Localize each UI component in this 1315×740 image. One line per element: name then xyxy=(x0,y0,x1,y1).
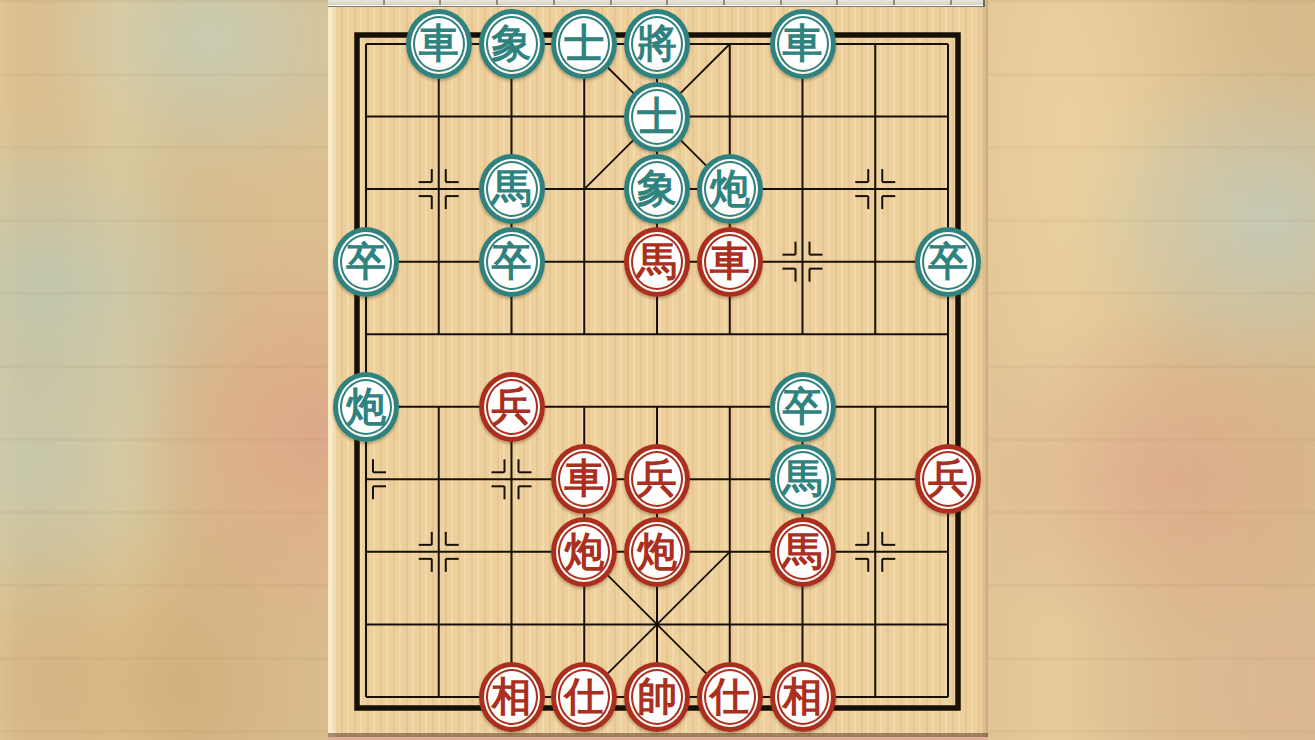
piece-red-general[interactable]: 帥 xyxy=(624,662,690,732)
xiangqi-app-window: 車象士將車士馬象炮卒卒馬車卒炮兵卒車兵馬兵炮炮馬相仕帥仕相 xyxy=(0,0,1315,740)
piece-glyph: 兵 xyxy=(928,458,968,498)
piece-black-cannon-1[interactable]: 炮 xyxy=(697,154,763,224)
piece-red-advisor-2[interactable]: 仕 xyxy=(697,662,763,732)
piece-black-soldier-2[interactable]: 卒 xyxy=(479,227,545,297)
xiangqi-board[interactable]: 車象士將車士馬象炮卒卒馬車卒炮兵卒車兵馬兵炮炮馬相仕帥仕相 xyxy=(328,0,988,740)
piece-glyph: 兵 xyxy=(637,458,677,498)
piece-black-chariot-2[interactable]: 車 xyxy=(770,9,836,79)
piece-glyph: 帥 xyxy=(637,676,677,716)
blurred-background-left xyxy=(0,0,330,740)
piece-black-advisor-1[interactable]: 士 xyxy=(551,9,617,79)
piece-glyph: 馬 xyxy=(492,168,532,208)
piece-red-chariot-1[interactable]: 車 xyxy=(697,227,763,297)
piece-glyph: 卒 xyxy=(346,241,386,281)
piece-black-horse-2[interactable]: 馬 xyxy=(770,444,836,514)
piece-glyph: 車 xyxy=(564,458,604,498)
piece-glyph: 士 xyxy=(564,23,604,63)
piece-glyph: 將 xyxy=(637,23,677,63)
piece-black-soldier-1[interactable]: 卒 xyxy=(333,227,399,297)
piece-red-elephant-1[interactable]: 相 xyxy=(479,662,545,732)
piece-glyph: 仕 xyxy=(710,676,750,716)
piece-red-advisor-1[interactable]: 仕 xyxy=(551,662,617,732)
piece-glyph: 車 xyxy=(783,23,823,63)
piece-black-chariot-1[interactable]: 車 xyxy=(406,9,472,79)
piece-glyph: 象 xyxy=(637,168,677,208)
piece-black-general[interactable]: 將 xyxy=(624,9,690,79)
piece-red-soldier-1[interactable]: 兵 xyxy=(479,372,545,442)
piece-black-horse-1[interactable]: 馬 xyxy=(479,154,545,224)
piece-red-elephant-2[interactable]: 相 xyxy=(770,662,836,732)
piece-red-cannon-2[interactable]: 炮 xyxy=(624,517,690,587)
piece-glyph: 相 xyxy=(492,676,532,716)
piece-glyph: 馬 xyxy=(637,241,677,281)
piece-glyph: 炮 xyxy=(637,531,677,571)
piece-glyph: 仕 xyxy=(564,676,604,716)
piece-red-horse-2[interactable]: 馬 xyxy=(770,517,836,587)
piece-black-elephant-1[interactable]: 象 xyxy=(479,9,545,79)
piece-black-elephant-2[interactable]: 象 xyxy=(624,154,690,224)
piece-black-advisor-2[interactable]: 士 xyxy=(624,82,690,152)
piece-glyph: 馬 xyxy=(783,458,823,498)
piece-glyph: 馬 xyxy=(783,531,823,571)
piece-black-soldier-4[interactable]: 卒 xyxy=(770,372,836,442)
piece-glyph: 象 xyxy=(492,23,532,63)
piece-red-soldier-2[interactable]: 兵 xyxy=(624,444,690,514)
piece-red-horse-1[interactable]: 馬 xyxy=(624,227,690,297)
piece-black-cannon-2[interactable]: 炮 xyxy=(333,372,399,442)
piece-glyph: 炮 xyxy=(710,168,750,208)
piece-glyph: 卒 xyxy=(928,241,968,281)
piece-black-soldier-3[interactable]: 卒 xyxy=(915,227,981,297)
piece-glyph: 卒 xyxy=(783,386,823,426)
piece-glyph: 車 xyxy=(710,241,750,281)
piece-glyph: 炮 xyxy=(564,531,604,571)
blurred-background-right xyxy=(986,0,1315,740)
piece-glyph: 兵 xyxy=(492,386,532,426)
piece-red-soldier-3[interactable]: 兵 xyxy=(915,444,981,514)
piece-red-cannon-1[interactable]: 炮 xyxy=(551,517,617,587)
piece-glyph: 車 xyxy=(419,23,459,63)
piece-glyph: 炮 xyxy=(346,386,386,426)
blurred-background-bands xyxy=(986,0,1315,740)
blurred-background-bands xyxy=(0,0,330,740)
piece-glyph: 卒 xyxy=(492,241,532,281)
piece-glyph: 相 xyxy=(783,676,823,716)
piece-glyph: 士 xyxy=(637,96,677,136)
